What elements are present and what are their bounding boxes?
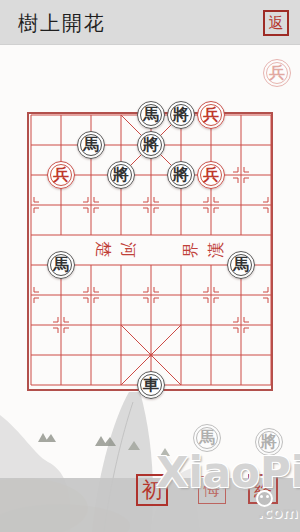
piece-black-將[interactable]: 將 [107,161,135,189]
fading-piece-兵: 兵 [263,59,291,87]
back-button[interactable]: 返 [263,10,289,36]
piece-black-馬[interactable]: 馬 [77,131,105,159]
app-screen: 樹上開花 返 楚 河 界 漢 馬將兵馬將兵將將兵馬馬車 初 悔 終 XiaoPi… [0,0,300,532]
piece-black-馬[interactable]: 馬 [137,101,165,129]
captured-piece-將: 將 [255,428,283,456]
reset-button[interactable]: 初 [136,474,168,506]
piece-black-馬[interactable]: 馬 [47,251,75,279]
undo-button[interactable]: 悔 [198,476,226,504]
level-title: 樹上開花 [18,10,106,37]
end-button[interactable]: 終 [248,474,278,504]
piece-red-兵[interactable]: 兵 [47,161,75,189]
piece-black-馬[interactable]: 馬 [227,251,255,279]
piece-red-兵[interactable]: 兵 [197,161,225,189]
piece-red-兵[interactable]: 兵 [197,101,225,129]
piece-black-將[interactable]: 將 [167,101,195,129]
piece-black-將[interactable]: 將 [167,161,195,189]
piece-black-將[interactable]: 將 [137,131,165,159]
piece-black-車[interactable]: 車 [137,371,165,399]
top-bar: 樹上開花 返 [0,0,300,45]
captured-piece-馬: 馬 [193,424,221,452]
xiangqi-board[interactable]: 楚 河 界 漢 馬將兵馬將兵將將兵馬馬車 [27,112,273,391]
